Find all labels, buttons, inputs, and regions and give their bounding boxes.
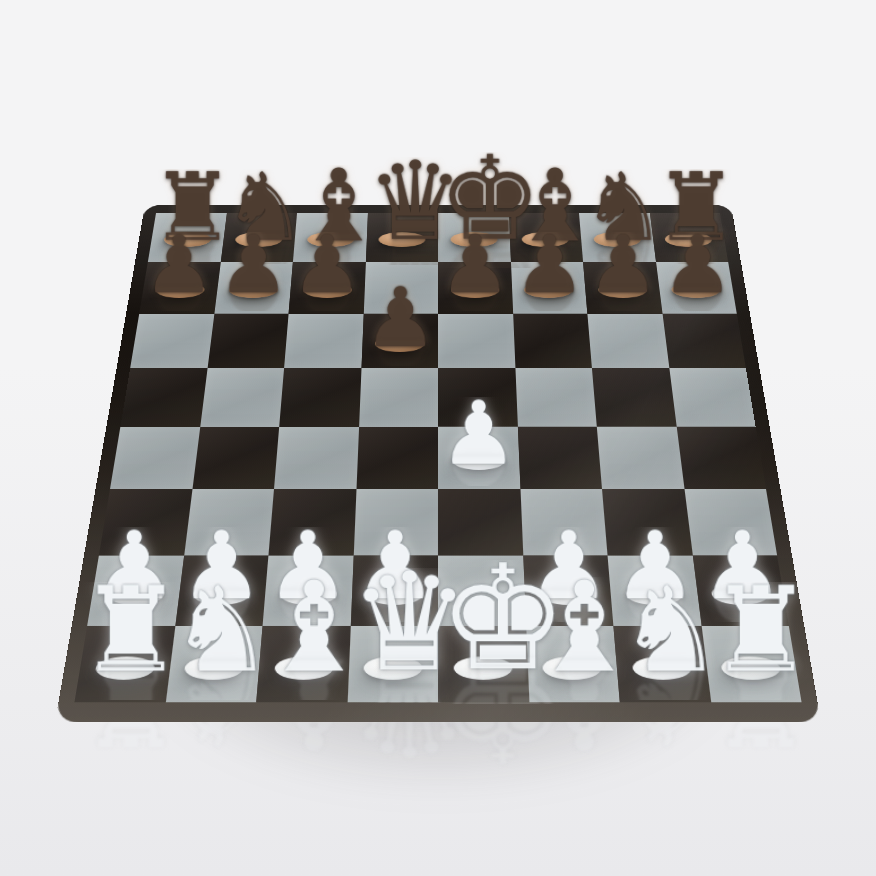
piece-black-pawn-c7[interactable]: ♟: [290, 232, 364, 298]
square-h6[interactable]: [662, 313, 746, 368]
piece-black-pawn-b7[interactable]: ♟: [216, 232, 290, 298]
piece-white-rook-a1[interactable]: ♜: [78, 582, 168, 678]
square-f1[interactable]: ♝: [526, 626, 620, 702]
piece-black-pawn-h7[interactable]: ♟: [660, 232, 734, 298]
piece-black-pawn-g7[interactable]: ♟: [586, 232, 660, 298]
square-b7[interactable]: ♟: [214, 262, 293, 314]
piece-white-bishop-f1[interactable]: ♝: [528, 576, 618, 678]
square-a5[interactable]: [120, 368, 207, 426]
square-c4[interactable]: [274, 427, 359, 489]
square-a1[interactable]: ♜: [74, 626, 174, 702]
square-e4[interactable]: ♟: [438, 427, 520, 489]
square-c6[interactable]: [284, 313, 363, 368]
square-d5[interactable]: [359, 368, 438, 426]
piece-white-pawn-e4[interactable]: ♟: [438, 397, 519, 469]
square-h4[interactable]: [676, 427, 766, 489]
square-h1[interactable]: ♜: [701, 626, 801, 702]
square-d1[interactable]: ♛: [347, 626, 438, 702]
piece-black-pawn-e7[interactable]: ♟: [438, 232, 512, 298]
square-g6[interactable]: [587, 313, 669, 368]
square-c5[interactable]: [279, 368, 361, 426]
square-f7[interactable]: ♟: [511, 262, 588, 314]
square-a6[interactable]: [130, 313, 214, 368]
piece-white-knight-g1[interactable]: ♞: [618, 582, 708, 678]
square-c7[interactable]: ♟: [289, 262, 366, 314]
square-d6[interactable]: ♟: [361, 313, 438, 368]
square-d4[interactable]: [356, 427, 438, 489]
square-g5[interactable]: [592, 368, 676, 426]
square-h7[interactable]: ♟: [656, 262, 737, 314]
piece-black-pawn-a7[interactable]: ♟: [142, 232, 216, 298]
piece-white-knight-b1[interactable]: ♞: [168, 582, 258, 678]
square-b4[interactable]: [192, 427, 279, 489]
square-h5[interactable]: [669, 368, 756, 426]
square-b5[interactable]: [200, 368, 284, 426]
piece-black-pawn-d6[interactable]: ♟: [362, 284, 438, 352]
square-g7[interactable]: ♟: [583, 262, 662, 314]
square-g4[interactable]: [597, 427, 684, 489]
square-f6[interactable]: [513, 313, 592, 368]
square-e6[interactable]: [438, 313, 515, 368]
piece-white-rook-h1[interactable]: ♜: [708, 582, 798, 678]
piece-black-pawn-f7[interactable]: ♟: [512, 232, 586, 298]
square-g1[interactable]: ♞: [613, 626, 710, 702]
square-a7[interactable]: ♟: [139, 262, 220, 314]
piece-white-queen-d1[interactable]: ♛: [348, 567, 438, 678]
square-f5[interactable]: [515, 368, 597, 426]
square-a4[interactable]: [110, 427, 200, 489]
board-perspective-scene: ♜♞♝♛♚♝♞♜♟♟♟♟♟♟♟♟♟♟♟♟♟♟♟♟♜♞♝♛♚♝♞♜: [106, 97, 770, 761]
square-e7[interactable]: ♟: [438, 262, 513, 314]
square-b6[interactable]: [207, 313, 289, 368]
square-f4[interactable]: [517, 427, 602, 489]
square-b1[interactable]: ♞: [165, 626, 262, 702]
photo-background: ♜♞♝♛♚♝♞♜♟♟♟♟♟♟♟♟♟♟♟♟♟♟♟♟♜♞♝♛♚♝♞♜: [0, 0, 876, 876]
chess-board: ♜♞♝♛♚♝♞♜♟♟♟♟♟♟♟♟♟♟♟♟♟♟♟♟♜♞♝♛♚♝♞♜: [55, 205, 821, 723]
